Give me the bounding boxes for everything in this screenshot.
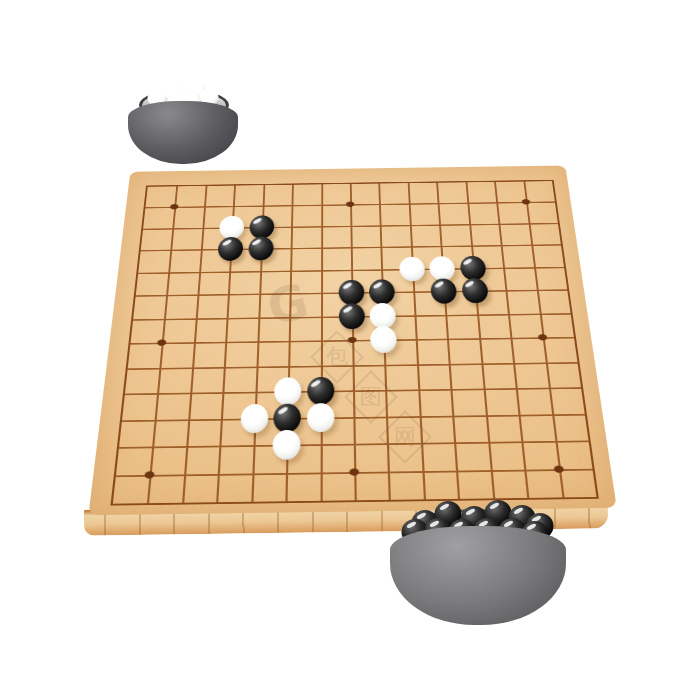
board-cell[interactable] (477, 314, 511, 339)
board-cell[interactable] (169, 249, 201, 272)
board-cell[interactable] (173, 207, 204, 229)
board-cell[interactable] (291, 205, 321, 227)
board-cell[interactable] (286, 472, 321, 501)
board-cell[interactable] (227, 294, 259, 318)
board-cell[interactable] (519, 414, 555, 441)
board-cell[interactable] (155, 393, 190, 420)
white-bowl-body (128, 101, 238, 164)
board-cell[interactable] (417, 364, 451, 390)
board-cell[interactable] (386, 390, 420, 417)
board-cell[interactable] (488, 441, 524, 469)
board-cell[interactable] (385, 364, 418, 390)
board-cell[interactable] (320, 444, 354, 472)
board-cell[interactable] (531, 244, 564, 267)
board-cell[interactable] (197, 271, 229, 294)
board-cell[interactable] (290, 248, 320, 271)
board-cell[interactable] (119, 420, 155, 448)
board-cell[interactable] (291, 226, 321, 248)
board-cell[interactable] (451, 389, 486, 416)
board-cell[interactable] (290, 270, 321, 293)
board-cell[interactable] (506, 290, 540, 314)
board-cell[interactable] (321, 205, 351, 227)
board-cell[interactable] (483, 388, 518, 415)
black-stone-bowl[interactable] (390, 501, 566, 625)
board-cell[interactable] (438, 203, 469, 225)
board-cell[interactable] (350, 225, 380, 247)
board-cell[interactable] (446, 314, 479, 339)
board-cell[interactable] (524, 469, 562, 498)
board-cell[interactable] (465, 182, 496, 203)
board-cell[interactable] (469, 224, 501, 246)
board-cell[interactable] (190, 367, 224, 393)
board-cell[interactable] (196, 294, 229, 318)
board-cell[interactable] (320, 340, 352, 365)
black-bowl-body (390, 526, 566, 625)
board-cell[interactable] (259, 271, 290, 294)
board-cell[interactable] (501, 245, 534, 268)
board-cell[interactable] (534, 267, 568, 290)
board-cell[interactable] (436, 182, 467, 203)
board-cell[interactable] (414, 315, 447, 340)
board-cell[interactable] (162, 318, 195, 343)
board-cell[interactable] (528, 223, 561, 245)
board-cell[interactable] (141, 228, 173, 250)
board-cell[interactable] (353, 416, 387, 443)
board-cell[interactable] (223, 366, 257, 392)
board-cell[interactable] (386, 416, 420, 443)
board-wood (88, 166, 616, 516)
board-cell[interactable] (552, 414, 589, 441)
board-cell[interactable] (233, 185, 263, 206)
board-cell[interactable] (194, 318, 227, 343)
board-cell[interactable] (416, 339, 449, 364)
board-cell[interactable] (288, 341, 320, 366)
board-cell[interactable] (408, 183, 438, 204)
board-cell[interactable] (350, 204, 380, 226)
board-cell[interactable] (555, 441, 592, 469)
board-cell[interactable] (125, 368, 160, 394)
board-cell[interactable] (262, 185, 292, 206)
board-cell[interactable] (508, 313, 542, 338)
board-cell[interactable] (257, 317, 289, 342)
board-cell[interactable] (160, 342, 194, 367)
board-cell[interactable] (167, 272, 200, 295)
board-cell[interactable] (192, 342, 226, 367)
black-stone (339, 303, 365, 329)
board-cell[interactable] (128, 343, 162, 368)
board-cell[interactable] (456, 470, 493, 499)
board-cell[interactable] (454, 442, 490, 470)
board-cell[interactable] (496, 202, 528, 224)
board-cell[interactable] (289, 316, 321, 341)
board-cell[interactable] (516, 388, 552, 415)
board-cell[interactable] (539, 313, 574, 338)
board-cell[interactable] (292, 184, 321, 205)
board-cell[interactable] (418, 389, 452, 416)
board-cell[interactable] (410, 224, 441, 246)
board-cell[interactable] (226, 317, 259, 342)
board-cell[interactable] (164, 295, 197, 319)
board-cell[interactable] (467, 203, 498, 225)
board-cell[interactable] (184, 446, 220, 474)
board-cell[interactable] (379, 204, 409, 226)
board-cell[interactable] (321, 226, 351, 248)
board-cell[interactable] (150, 446, 186, 474)
board-cell[interactable] (558, 468, 596, 497)
board-cell[interactable] (388, 471, 423, 500)
board-cell[interactable] (350, 184, 380, 205)
board-cell[interactable] (143, 207, 175, 229)
board-cell[interactable] (122, 393, 157, 420)
board-cell[interactable] (158, 367, 192, 393)
board-cell[interactable] (171, 228, 203, 250)
star-point (553, 465, 564, 472)
board-cell[interactable] (422, 470, 458, 499)
board-cell[interactable] (545, 362, 581, 388)
board-cell[interactable] (320, 472, 355, 501)
go-illustration-scene: G 包图网 (0, 0, 700, 700)
white-stone-bowl[interactable] (128, 84, 238, 164)
board-grid (110, 180, 598, 506)
board-cell[interactable] (511, 337, 546, 362)
board-cell[interactable] (153, 419, 189, 447)
board-cell[interactable] (353, 365, 386, 391)
board-cell[interactable] (138, 250, 170, 273)
board-cell[interactable] (321, 247, 351, 270)
board-cell[interactable] (419, 415, 454, 442)
board-cell[interactable] (452, 415, 487, 442)
board-cell[interactable] (251, 473, 286, 502)
board-cell[interactable] (354, 471, 389, 500)
white-stone (306, 403, 334, 432)
board-cell[interactable] (447, 338, 481, 363)
board-cell[interactable] (136, 272, 169, 295)
board-cell[interactable] (353, 390, 386, 417)
board-cell[interactable] (182, 474, 218, 503)
board-cell[interactable] (481, 363, 516, 389)
board-cell[interactable] (379, 183, 409, 204)
board-cell[interactable] (175, 186, 206, 207)
board-cell[interactable] (133, 295, 166, 319)
board-cell[interactable] (421, 442, 456, 470)
board-cell[interactable] (289, 293, 320, 317)
board-cell[interactable] (449, 363, 483, 389)
board-cell[interactable] (521, 441, 558, 469)
board-cell[interactable] (536, 290, 570, 314)
board-cell[interactable] (499, 223, 531, 245)
board-cell[interactable] (548, 387, 584, 414)
star-point (537, 334, 547, 340)
board-cell[interactable] (147, 474, 184, 503)
board-cell[interactable] (218, 445, 253, 473)
board-cell[interactable] (113, 474, 150, 503)
star-point (521, 199, 530, 204)
board-cell[interactable] (479, 338, 513, 363)
white-stone (370, 303, 397, 329)
board-cell[interactable] (351, 247, 382, 270)
board-cell[interactable] (228, 271, 260, 294)
board-cell[interactable] (204, 186, 234, 207)
board-cell[interactable] (224, 341, 257, 366)
board-cell[interactable] (486, 414, 522, 441)
board-cell[interactable] (409, 203, 440, 225)
board-cell[interactable] (490, 469, 527, 498)
board-cell[interactable] (380, 225, 411, 247)
board-cell[interactable] (216, 473, 252, 502)
board-cell[interactable] (387, 443, 422, 471)
board-cell[interactable] (513, 362, 548, 388)
board-cell[interactable] (258, 293, 290, 317)
board-cell[interactable] (542, 337, 577, 362)
board-cell[interactable] (188, 392, 223, 419)
board-cell[interactable] (526, 202, 558, 224)
board-cell[interactable] (321, 184, 350, 205)
board-cell[interactable] (354, 443, 388, 471)
board-cell[interactable] (256, 341, 289, 366)
board-cell[interactable] (494, 182, 525, 203)
board-cell[interactable] (186, 419, 221, 447)
board-cell[interactable] (439, 224, 470, 246)
white-stone (399, 257, 425, 282)
board-cell[interactable] (503, 267, 536, 290)
